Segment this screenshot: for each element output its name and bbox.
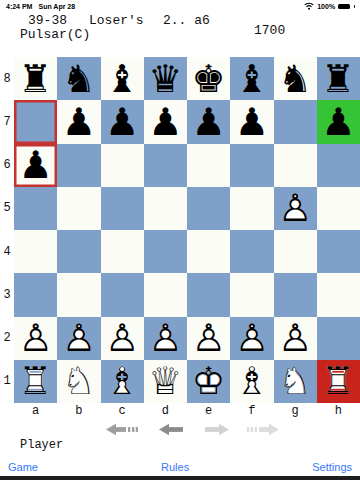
square-e4[interactable]: [187, 230, 230, 273]
white-pawn: ♟♙: [14, 317, 57, 360]
rank-label-3: 3: [0, 273, 14, 316]
black-queen: ♛: [144, 57, 187, 100]
black-pawn: ♟: [187, 100, 230, 143]
step-back-arrow[interactable]: [159, 423, 191, 436]
battery-nub: [354, 5, 355, 8]
status-date: Sun Apr 28: [38, 3, 75, 10]
square-c8[interactable]: ♝: [101, 57, 144, 100]
square-g6[interactable]: [274, 144, 317, 187]
square-e7[interactable]: ♟: [187, 100, 230, 143]
square-c7[interactable]: ♟: [101, 100, 144, 143]
square-b1[interactable]: ♞♘: [57, 360, 100, 403]
white-bishop: ♝♗: [230, 360, 273, 403]
square-h7[interactable]: ♟: [317, 100, 360, 143]
material-score: 39-38: [28, 13, 67, 28]
white-pawn: ♟♙: [230, 317, 273, 360]
white-pawn: ♟♙: [57, 317, 100, 360]
square-f3[interactable]: [230, 273, 273, 316]
rank-label-4: 4: [0, 230, 14, 273]
engine-name: Pulsar(C): [20, 27, 90, 42]
black-pawn: ♟: [230, 100, 273, 143]
white-pawn: ♟♙: [187, 317, 230, 360]
file-labels: abcdefgh: [14, 404, 360, 418]
battery-icon: [338, 4, 350, 10]
bottom-toolbar: Game Rules Settings: [0, 459, 360, 474]
file-label-g: g: [274, 404, 317, 418]
white-rook: ♜♖: [317, 360, 360, 403]
black-knight: ♞: [57, 57, 100, 100]
square-c2[interactable]: ♟♙: [101, 317, 144, 360]
square-a4[interactable]: [14, 230, 57, 273]
square-f8[interactable]: ♝: [230, 57, 273, 100]
square-g1[interactable]: ♞♘: [274, 360, 317, 403]
square-a7[interactable]: [14, 100, 57, 143]
wifi-icon: [304, 2, 314, 11]
rank-label-5: 5: [0, 187, 14, 230]
square-d1[interactable]: ♛♕: [144, 360, 187, 403]
black-rook: ♜: [14, 57, 57, 100]
black-bishop: ♝: [230, 57, 273, 100]
settings-button[interactable]: Settings: [312, 461, 352, 473]
square-e1[interactable]: ♚♔: [187, 360, 230, 403]
white-pawn: ♟♙: [101, 317, 144, 360]
square-d5[interactable]: [144, 187, 187, 230]
square-h4[interactable]: [317, 230, 360, 273]
square-g3[interactable]: [274, 273, 317, 316]
square-f7[interactable]: ♟: [230, 100, 273, 143]
square-f5[interactable]: [230, 187, 273, 230]
white-king: ♚♔: [187, 360, 230, 403]
square-d4[interactable]: [144, 230, 187, 273]
rank-label-2: 2: [0, 317, 14, 360]
square-c6[interactable]: [101, 144, 144, 187]
square-c4[interactable]: [101, 230, 144, 273]
square-d3[interactable]: [144, 273, 187, 316]
square-a1[interactable]: ♜♖: [14, 360, 57, 403]
chess-board: ♜♞♝♛♚♝♞♜♟♟♟♟♟♟♟♟♙♟♙♟♙♟♙♟♙♟♙♟♙♟♙♜♖♞♘♝♗♛♕♚…: [14, 57, 360, 403]
engine-rating: 1700: [254, 23, 285, 38]
white-queen: ♛♕: [144, 360, 187, 403]
square-g4[interactable]: [274, 230, 317, 273]
square-d2[interactable]: ♟♙: [144, 317, 187, 360]
black-pawn: ♟: [101, 100, 144, 143]
white-rook: ♜♖: [14, 360, 57, 403]
square-e5[interactable]: [187, 187, 230, 230]
white-knight: ♞♘: [57, 360, 100, 403]
square-h6[interactable]: [317, 144, 360, 187]
rules-button[interactable]: Rules: [161, 461, 189, 473]
file-label-h: h: [317, 404, 360, 418]
dock-edge: [0, 476, 360, 480]
square-f6[interactable]: [230, 144, 273, 187]
square-b8[interactable]: ♞: [57, 57, 100, 100]
square-h8[interactable]: ♜: [317, 57, 360, 100]
rank-label-1: 1: [0, 360, 14, 403]
square-h2[interactable]: [317, 317, 360, 360]
square-h5[interactable]: [317, 187, 360, 230]
file-label-c: c: [101, 404, 144, 418]
last-move-text: 2.. a6: [163, 13, 210, 28]
file-label-f: f: [230, 404, 273, 418]
white-knight: ♞♘: [274, 360, 317, 403]
square-d8[interactable]: ♛: [144, 57, 187, 100]
square-b2[interactable]: ♟♙: [57, 317, 100, 360]
white-pawn: ♟♙: [274, 187, 317, 230]
square-a2[interactable]: ♟♙: [14, 317, 57, 360]
square-c3[interactable]: [101, 273, 144, 316]
square-a8[interactable]: ♜: [14, 57, 57, 100]
rank-label-6: 6: [0, 144, 14, 187]
rank-label-7: 7: [0, 100, 14, 143]
white-pawn: ♟♙: [144, 317, 187, 360]
move-navigation: [106, 423, 279, 436]
square-d6[interactable]: [144, 144, 187, 187]
square-g7[interactable]: [274, 100, 317, 143]
jump-back-arrow[interactable]: [106, 423, 138, 436]
file-label-a: a: [14, 404, 57, 418]
square-c1[interactable]: ♝♗: [101, 360, 144, 403]
battery-percent: 100%: [317, 3, 335, 10]
file-label-d: d: [144, 404, 187, 418]
square-f4[interactable]: [230, 230, 273, 273]
black-knight: ♞: [274, 57, 317, 100]
square-e2[interactable]: ♟♙: [187, 317, 230, 360]
square-g5[interactable]: ♟♙: [274, 187, 317, 230]
white-pawn: ♟♙: [274, 317, 317, 360]
black-pawn: ♟: [317, 100, 360, 143]
square-b4[interactable]: [57, 230, 100, 273]
square-g2[interactable]: ♟♙: [274, 317, 317, 360]
square-b5[interactable]: [57, 187, 100, 230]
square-b7[interactable]: ♟: [57, 100, 100, 143]
status-time: 4:24 PM: [6, 3, 32, 10]
black-bishop: ♝: [101, 57, 144, 100]
step-forward-arrow[interactable]: [197, 423, 229, 436]
square-b6[interactable]: [57, 144, 100, 187]
black-pawn: ♟: [14, 144, 57, 187]
square-f2[interactable]: ♟♙: [230, 317, 273, 360]
jump-forward-arrow[interactable]: [247, 423, 279, 436]
square-c5[interactable]: [101, 187, 144, 230]
pulsar-chess-app: 4:24 PM Sun Apr 28 100% 39-38 Loser's 2.…: [0, 0, 360, 480]
white-bishop: ♝♗: [101, 360, 144, 403]
square-d7[interactable]: ♟: [144, 100, 187, 143]
black-king: ♚: [187, 57, 230, 100]
player-label: Player: [20, 438, 63, 452]
square-e8[interactable]: ♚: [187, 57, 230, 100]
black-rook: ♜: [317, 57, 360, 100]
variant-name: Loser's: [89, 13, 144, 28]
game-button[interactable]: Game: [8, 461, 38, 473]
file-label-b: b: [57, 404, 100, 418]
square-h3[interactable]: [317, 273, 360, 316]
square-f1[interactable]: ♝♗: [230, 360, 273, 403]
square-b3[interactable]: [57, 273, 100, 316]
square-a3[interactable]: [14, 273, 57, 316]
square-a6[interactable]: ♟: [14, 144, 57, 187]
black-pawn: ♟: [57, 100, 100, 143]
rank-label-8: 8: [0, 57, 14, 100]
square-a5[interactable]: [14, 187, 57, 230]
square-h1[interactable]: ♜♖: [317, 360, 360, 403]
square-e6[interactable]: [187, 144, 230, 187]
rank-labels: 87654321: [0, 57, 14, 403]
status-bar: 4:24 PM Sun Apr 28 100%: [0, 0, 360, 13]
file-label-e: e: [187, 404, 230, 418]
square-g8[interactable]: ♞: [274, 57, 317, 100]
square-e3[interactable]: [187, 273, 230, 316]
black-pawn: ♟: [144, 100, 187, 143]
